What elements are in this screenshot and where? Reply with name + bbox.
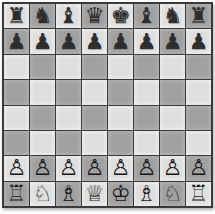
black-rook-piece: ♜ [189, 5, 209, 27]
white-pawn-piece: ♙ [33, 157, 53, 179]
white-knight-piece: ♘ [33, 183, 53, 205]
square-d7[interactable]: ♟ [82, 29, 107, 53]
black-pawn-piece: ♟ [33, 31, 53, 53]
square-b5[interactable] [30, 80, 55, 104]
square-d1[interactable]: ♕ [82, 182, 107, 206]
square-a5[interactable] [4, 80, 29, 104]
square-b7[interactable]: ♟ [30, 29, 55, 53]
square-c6[interactable] [56, 55, 81, 79]
white-bishop-piece: ♗ [59, 183, 79, 205]
black-king-piece: ♚ [111, 5, 131, 27]
black-knight-piece: ♞ [163, 5, 183, 27]
square-f3[interactable] [134, 131, 159, 155]
chess-board: ♜♞♝♛♚♝♞♜♟♟♟♟♟♟♟♟♙♙♙♙♙♙♙♙♖♘♗♕♔♗♘♖ [2, 2, 213, 208]
square-e8[interactable]: ♚ [108, 4, 133, 28]
white-pawn-piece: ♙ [85, 157, 105, 179]
square-b4[interactable] [30, 106, 55, 130]
square-h6[interactable] [186, 55, 211, 79]
square-g5[interactable] [160, 80, 185, 104]
white-pawn-piece: ♙ [137, 157, 157, 179]
black-pawn-piece: ♟ [111, 31, 131, 53]
square-b6[interactable] [30, 55, 55, 79]
white-king-piece: ♔ [111, 183, 131, 205]
black-bishop-piece: ♝ [137, 5, 157, 27]
square-c2[interactable]: ♙ [56, 156, 81, 180]
square-b8[interactable]: ♞ [30, 4, 55, 28]
square-h8[interactable]: ♜ [186, 4, 211, 28]
square-g6[interactable] [160, 55, 185, 79]
square-f7[interactable]: ♟ [134, 29, 159, 53]
square-h5[interactable] [186, 80, 211, 104]
square-g2[interactable]: ♙ [160, 156, 185, 180]
square-g3[interactable] [160, 131, 185, 155]
square-c4[interactable] [56, 106, 81, 130]
square-f2[interactable]: ♙ [134, 156, 159, 180]
square-f4[interactable] [134, 106, 159, 130]
square-d4[interactable] [82, 106, 107, 130]
square-a4[interactable] [4, 106, 29, 130]
square-b1[interactable]: ♘ [30, 182, 55, 206]
black-pawn-piece: ♟ [59, 31, 79, 53]
white-pawn-piece: ♙ [7, 157, 27, 179]
square-h2[interactable]: ♙ [186, 156, 211, 180]
square-g8[interactable]: ♞ [160, 4, 185, 28]
square-f6[interactable] [134, 55, 159, 79]
white-queen-piece: ♕ [85, 183, 105, 205]
square-g1[interactable]: ♘ [160, 182, 185, 206]
square-d2[interactable]: ♙ [82, 156, 107, 180]
square-h7[interactable]: ♟ [186, 29, 211, 53]
white-pawn-piece: ♙ [189, 157, 209, 179]
black-queen-piece: ♛ [85, 5, 105, 27]
white-pawn-piece: ♙ [111, 157, 131, 179]
white-knight-piece: ♘ [163, 183, 183, 205]
square-d5[interactable] [82, 80, 107, 104]
square-a3[interactable] [4, 131, 29, 155]
square-g4[interactable] [160, 106, 185, 130]
square-h1[interactable]: ♖ [186, 182, 211, 206]
black-pawn-piece: ♟ [163, 31, 183, 53]
square-d6[interactable] [82, 55, 107, 79]
black-knight-piece: ♞ [33, 5, 53, 27]
square-e5[interactable] [108, 80, 133, 104]
square-b3[interactable] [30, 131, 55, 155]
white-rook-piece: ♖ [7, 183, 27, 205]
square-f1[interactable]: ♗ [134, 182, 159, 206]
square-e3[interactable] [108, 131, 133, 155]
black-pawn-piece: ♟ [7, 31, 27, 53]
square-e6[interactable] [108, 55, 133, 79]
white-pawn-piece: ♙ [59, 157, 79, 179]
black-pawn-piece: ♟ [85, 31, 105, 53]
white-rook-piece: ♖ [189, 183, 209, 205]
black-pawn-piece: ♟ [189, 31, 209, 53]
square-c8[interactable]: ♝ [56, 4, 81, 28]
square-b2[interactable]: ♙ [30, 156, 55, 180]
square-e2[interactable]: ♙ [108, 156, 133, 180]
square-a7[interactable]: ♟ [4, 29, 29, 53]
white-bishop-piece: ♗ [137, 183, 157, 205]
square-c3[interactable] [56, 131, 81, 155]
square-a6[interactable] [4, 55, 29, 79]
square-c5[interactable] [56, 80, 81, 104]
square-c1[interactable]: ♗ [56, 182, 81, 206]
white-pawn-piece: ♙ [163, 157, 183, 179]
square-d3[interactable] [82, 131, 107, 155]
square-a2[interactable]: ♙ [4, 156, 29, 180]
square-e7[interactable]: ♟ [108, 29, 133, 53]
square-f5[interactable] [134, 80, 159, 104]
black-bishop-piece: ♝ [59, 5, 79, 27]
square-g7[interactable]: ♟ [160, 29, 185, 53]
square-e4[interactable] [108, 106, 133, 130]
square-c7[interactable]: ♟ [56, 29, 81, 53]
square-a1[interactable]: ♖ [4, 182, 29, 206]
square-a8[interactable]: ♜ [4, 4, 29, 28]
square-f8[interactable]: ♝ [134, 4, 159, 28]
square-h4[interactable] [186, 106, 211, 130]
square-h3[interactable] [186, 131, 211, 155]
square-d8[interactable]: ♛ [82, 4, 107, 28]
black-rook-piece: ♜ [7, 5, 27, 27]
black-pawn-piece: ♟ [137, 31, 157, 53]
square-e1[interactable]: ♔ [108, 182, 133, 206]
chess-app-canvas: ♜♞♝♛♚♝♞♜♟♟♟♟♟♟♟♟♙♙♙♙♙♙♙♙♖♘♗♕♔♗♘♖ [0, 0, 215, 214]
